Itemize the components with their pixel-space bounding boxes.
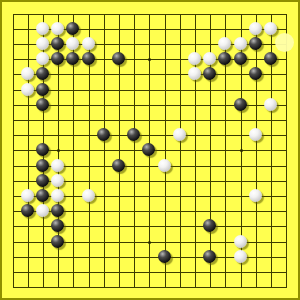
black-stone [203, 219, 216, 232]
black-stone [21, 204, 34, 217]
grid-line [13, 272, 287, 273]
white-stone [21, 83, 34, 96]
black-stone [51, 235, 64, 248]
white-stone [249, 22, 262, 35]
star-point [240, 149, 243, 152]
grid-line [165, 14, 166, 288]
black-stone [142, 143, 155, 156]
black-stone [66, 22, 79, 35]
black-stone [51, 52, 64, 65]
white-stone [264, 98, 277, 111]
white-stone [173, 128, 186, 141]
go-board[interactable] [0, 0, 300, 300]
white-stone [51, 189, 64, 202]
white-stone [158, 159, 171, 172]
grid-line [286, 14, 287, 288]
black-stone [203, 67, 216, 80]
black-stone [36, 143, 49, 156]
black-stone [36, 67, 49, 80]
white-stone [203, 52, 216, 65]
black-stone [51, 204, 64, 217]
white-stone [264, 22, 277, 35]
white-stone [82, 37, 95, 50]
white-stone [188, 52, 201, 65]
star-point [148, 58, 151, 61]
black-stone [158, 250, 171, 263]
grid-line [256, 14, 257, 288]
black-stone [51, 219, 64, 232]
black-stone [203, 250, 216, 263]
white-stone [36, 52, 49, 65]
white-stone [21, 189, 34, 202]
white-stone [82, 189, 95, 202]
white-stone [21, 67, 34, 80]
white-stone [51, 159, 64, 172]
black-stone [66, 52, 79, 65]
black-stone [112, 159, 125, 172]
white-stone [66, 37, 79, 50]
white-stone [188, 67, 201, 80]
white-stone [51, 22, 64, 35]
highlighted-point[interactable] [275, 33, 294, 52]
black-stone [36, 174, 49, 187]
white-stone [249, 189, 262, 202]
white-stone [218, 37, 231, 50]
black-stone [36, 189, 49, 202]
black-stone [249, 37, 262, 50]
white-stone [249, 128, 262, 141]
star-point [148, 241, 151, 244]
black-stone [264, 52, 277, 65]
star-point [57, 149, 60, 152]
white-stone [36, 204, 49, 217]
white-stone [234, 235, 247, 248]
black-stone [36, 98, 49, 111]
grid-line [180, 14, 181, 288]
black-stone [82, 52, 95, 65]
grid-line [13, 287, 287, 288]
black-stone [218, 52, 231, 65]
white-stone [36, 22, 49, 35]
black-stone [97, 128, 110, 141]
black-stone [127, 128, 140, 141]
black-stone [112, 52, 125, 65]
white-stone [234, 37, 247, 50]
white-stone [36, 37, 49, 50]
white-stone [234, 250, 247, 263]
black-stone [234, 98, 247, 111]
black-stone [51, 37, 64, 50]
black-stone [36, 83, 49, 96]
black-stone [36, 159, 49, 172]
black-stone [234, 52, 247, 65]
black-stone [249, 67, 262, 80]
white-stone [51, 174, 64, 187]
